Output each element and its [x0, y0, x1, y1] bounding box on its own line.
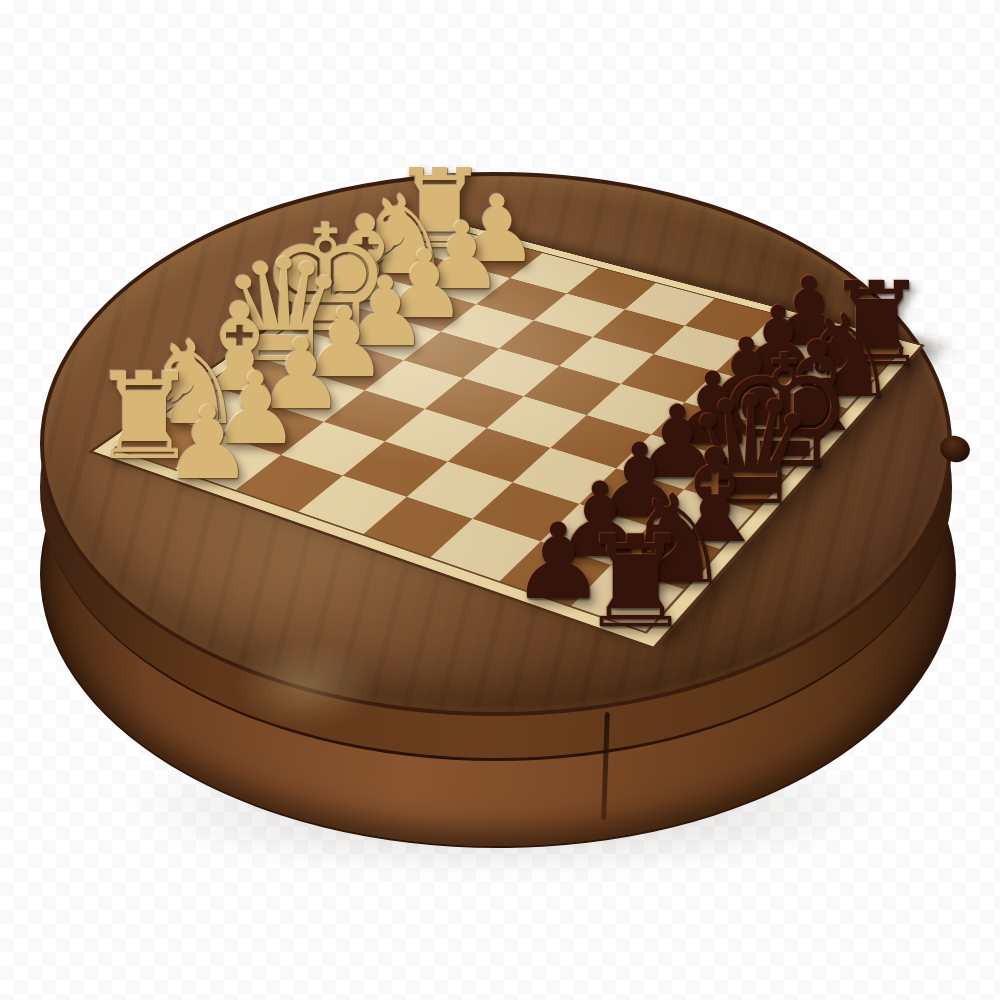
chess-box-photo: ♜♞♝♛♚♝♞♜♟♟♟♟♟♟♟♟♟♟♟♟♟♟♟♟♜♞♝♛♚♝♞♜: [0, 0, 1000, 1000]
black-rook-a8[interactable]: ♜: [572, 519, 699, 646]
product-photo-scene: ♜♞♝♛♚♝♞♜♟♟♟♟♟♟♟♟♟♟♟♟♟♟♟♟♜♞♝♛♚♝♞♜: [0, 0, 1000, 1000]
white-pawn-a2[interactable]: ♟: [157, 394, 258, 495]
piece-layer: ♜♞♝♛♚♝♞♜♟♟♟♟♟♟♟♟♟♟♟♟♟♟♟♟♜♞♝♛♚♝♞♜: [0, 0, 1000, 1000]
